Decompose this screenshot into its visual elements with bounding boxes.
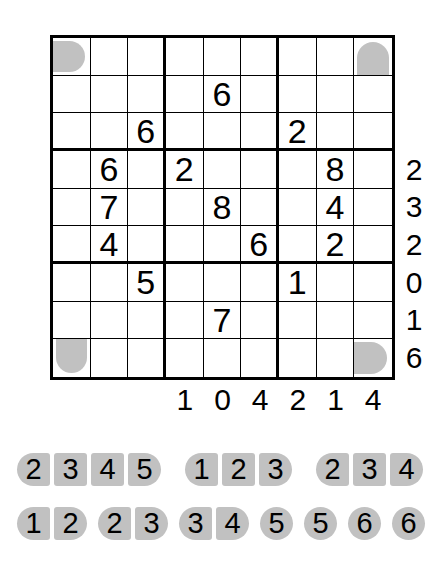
cell-r6c6[interactable]: 6 <box>241 226 279 264</box>
cell-r9c3[interactable] <box>128 339 166 377</box>
cell-r3c1[interactable] <box>53 113 91 151</box>
given-digit: 2 <box>175 152 194 186</box>
cell-r5c1[interactable] <box>53 189 91 227</box>
right-clue-row-4: 2 <box>398 151 430 189</box>
cell-r6c1[interactable] <box>53 226 91 264</box>
cell-r9c1[interactable] <box>53 339 91 377</box>
cell-r8c6[interactable] <box>241 302 279 340</box>
given-digit: 6 <box>213 77 232 111</box>
fleet-segment: 2 <box>316 453 349 486</box>
cell-r6c5[interactable] <box>204 226 242 264</box>
cell-r4c2[interactable]: 6 <box>91 151 129 189</box>
bottom-clue-col-8: 1 <box>317 382 355 418</box>
fleet-ship-6: 6 <box>392 507 425 540</box>
cell-r2c2[interactable] <box>91 76 129 114</box>
cell-r3c2[interactable] <box>91 113 129 151</box>
fleet-segment: 5 <box>128 453 161 486</box>
cell-r7c5[interactable] <box>204 264 242 302</box>
fleet-segment: 2 <box>222 453 255 486</box>
given-digit: 7 <box>100 190 119 224</box>
bottom-clue-col-9: 4 <box>354 382 392 418</box>
cell-r4c1[interactable] <box>53 151 91 189</box>
fleet-ship-5: 5 <box>304 507 337 540</box>
cell-r2c9[interactable] <box>354 76 392 114</box>
cell-r8c1[interactable] <box>53 302 91 340</box>
cell-r2c6[interactable] <box>241 76 279 114</box>
cell-r4c4[interactable]: 2 <box>166 151 204 189</box>
cell-r9c2[interactable] <box>91 339 129 377</box>
fleet-segment: 6 <box>348 507 381 540</box>
cell-r8c2[interactable] <box>91 302 129 340</box>
ship-end-segment <box>56 339 87 373</box>
cell-r5c2[interactable]: 7 <box>91 189 129 227</box>
given-digit: 8 <box>213 190 232 224</box>
cell-r3c4[interactable] <box>166 113 204 151</box>
bottom-clue-col-5: 0 <box>204 382 242 418</box>
cell-r3c6[interactable] <box>241 113 279 151</box>
fleet-row-1: 2345123234 <box>17 453 423 486</box>
puzzle-board: 662628784462517 <box>50 35 395 380</box>
cell-r8c7[interactable] <box>279 302 317 340</box>
cell-r4c3[interactable] <box>128 151 166 189</box>
cell-r2c5[interactable]: 6 <box>204 76 242 114</box>
cell-r5c3[interactable] <box>128 189 166 227</box>
given-digit: 6 <box>249 227 268 261</box>
cell-r5c4[interactable] <box>166 189 204 227</box>
cell-r2c8[interactable] <box>317 76 355 114</box>
cell-r7c7[interactable]: 1 <box>279 264 317 302</box>
cell-r6c8[interactable]: 2 <box>317 226 355 264</box>
fleet-segment: 1 <box>185 453 218 486</box>
cell-r9c5[interactable] <box>204 339 242 377</box>
cell-r1c8[interactable] <box>317 38 355 76</box>
fleet-segment: 2 <box>17 453 50 486</box>
fleet-segment: 2 <box>98 507 131 540</box>
fleet-segment: 3 <box>259 453 292 486</box>
fleet-segment: 3 <box>135 507 168 540</box>
page: { "game": "battleship-sudoku", "board": … <box>0 0 445 565</box>
cell-r7c8[interactable] <box>317 264 355 302</box>
bottom-clue-col-7: 2 <box>279 382 317 418</box>
cell-r8c9[interactable] <box>354 302 392 340</box>
given-digit: 4 <box>326 190 345 224</box>
cell-r5c9[interactable] <box>354 189 392 227</box>
fleet-segment: 3 <box>54 453 87 486</box>
given-digit: 2 <box>288 114 307 148</box>
fleet-ship-34: 34 <box>179 507 249 540</box>
cell-r6c4[interactable] <box>166 226 204 264</box>
fleet-ship-12: 12 <box>17 507 87 540</box>
cell-r1c6[interactable] <box>241 38 279 76</box>
cell-r3c9[interactable] <box>354 113 392 151</box>
cell-r2c3[interactable] <box>128 76 166 114</box>
cell-r6c2[interactable]: 4 <box>91 226 129 264</box>
cell-r9c8[interactable] <box>317 339 355 377</box>
fleet-segment: 5 <box>260 507 293 540</box>
cell-r2c4[interactable] <box>166 76 204 114</box>
cell-r1c9[interactable] <box>354 38 392 76</box>
cell-r2c7[interactable] <box>279 76 317 114</box>
given-digit: 1 <box>288 265 307 299</box>
cell-r7c3[interactable]: 5 <box>128 264 166 302</box>
cell-r3c3[interactable]: 6 <box>128 113 166 151</box>
given-digit: 4 <box>100 227 119 261</box>
bottom-clue-col-6: 4 <box>241 382 279 418</box>
ship-end-segment <box>357 42 389 75</box>
cell-r5c5[interactable]: 8 <box>204 189 242 227</box>
right-clue-row-9: 6 <box>398 339 430 377</box>
cell-r4c5[interactable] <box>204 151 242 189</box>
right-clue-row-6: 2 <box>398 226 430 264</box>
cell-r4c6[interactable] <box>241 151 279 189</box>
cell-r3c5[interactable] <box>204 113 242 151</box>
cell-r1c7[interactable] <box>279 38 317 76</box>
fleet-ship-2345: 2345 <box>17 453 161 486</box>
cell-r3c8[interactable] <box>317 113 355 151</box>
cell-r4c7[interactable] <box>279 151 317 189</box>
fleet-segment: 4 <box>390 453 423 486</box>
fleet-ship-5: 5 <box>260 507 293 540</box>
cell-r5c8[interactable]: 4 <box>317 189 355 227</box>
cell-r1c5[interactable] <box>204 38 242 76</box>
cell-r7c4[interactable] <box>166 264 204 302</box>
cell-r9c6[interactable] <box>241 339 279 377</box>
fleet-segment: 4 <box>91 453 124 486</box>
cell-r7c9[interactable] <box>354 264 392 302</box>
cell-r5c7[interactable] <box>279 189 317 227</box>
fleet-row-2: 1223345566 <box>17 507 425 540</box>
fleet-ship-234: 234 <box>316 453 423 486</box>
cell-r4c9[interactable] <box>354 151 392 189</box>
bottom-clue-col-4: 1 <box>166 382 204 418</box>
cell-r6c3[interactable] <box>128 226 166 264</box>
right-clues: 232016 <box>398 38 430 377</box>
fleet-ship-6: 6 <box>348 507 381 540</box>
cell-r3c7[interactable]: 2 <box>279 113 317 151</box>
cell-r7c1[interactable] <box>53 264 91 302</box>
given-digit: 6 <box>100 152 119 186</box>
cell-r2c1[interactable] <box>53 76 91 114</box>
fleet-segment: 3 <box>179 507 212 540</box>
given-digit: 6 <box>136 114 155 148</box>
given-digit: 7 <box>213 303 232 337</box>
cell-r4c8[interactable]: 8 <box>317 151 355 189</box>
fleet-segment: 1 <box>17 507 50 540</box>
cell-r6c9[interactable] <box>354 226 392 264</box>
right-clue-row-7: 0 <box>398 264 430 302</box>
cell-r7c6[interactable] <box>241 264 279 302</box>
right-clue-row-5: 3 <box>398 189 430 227</box>
fleet-segment: 6 <box>392 507 425 540</box>
fleet-ship-123: 123 <box>185 453 292 486</box>
fleet-segment: 4 <box>216 507 249 540</box>
cell-r1c1[interactable] <box>53 38 91 76</box>
cell-r9c9[interactable] <box>354 339 392 377</box>
fleet-segment: 2 <box>54 507 87 540</box>
fleet-segment: 5 <box>304 507 337 540</box>
cell-r9c4[interactable] <box>166 339 204 377</box>
ship-end-segment <box>53 41 85 72</box>
cell-r6c7[interactable] <box>279 226 317 264</box>
cell-r1c2[interactable] <box>91 38 129 76</box>
cell-r1c3[interactable] <box>128 38 166 76</box>
bottom-clues: 104214 <box>53 382 392 418</box>
cell-r8c4[interactable] <box>166 302 204 340</box>
cell-r8c3[interactable] <box>128 302 166 340</box>
fleet-segment: 3 <box>353 453 386 486</box>
cell-r7c2[interactable] <box>91 264 129 302</box>
ship-end-segment <box>354 342 387 374</box>
fleet-ship-23: 23 <box>98 507 168 540</box>
given-digit: 2 <box>326 227 345 261</box>
given-digit: 5 <box>136 265 155 299</box>
cell-r8c5[interactable]: 7 <box>204 302 242 340</box>
cell-r8c8[interactable] <box>317 302 355 340</box>
cell-r1c4[interactable] <box>166 38 204 76</box>
cell-r9c7[interactable] <box>279 339 317 377</box>
given-digit: 8 <box>326 152 345 186</box>
cell-r5c6[interactable] <box>241 189 279 227</box>
right-clue-row-8: 1 <box>398 302 430 340</box>
